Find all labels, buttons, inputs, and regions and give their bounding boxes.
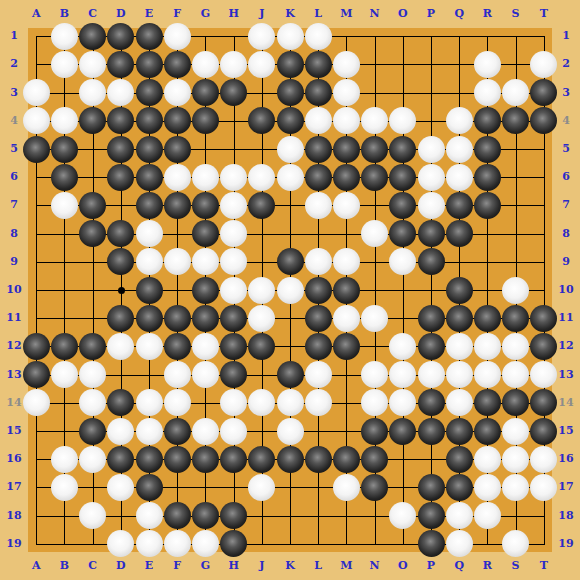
row-label: 18 — [554, 510, 578, 522]
white-stone — [277, 277, 304, 304]
white-stone — [474, 51, 501, 78]
white-stone — [333, 192, 360, 219]
column-label: B — [54, 560, 74, 572]
row-label: 7 — [554, 199, 578, 211]
black-stone — [502, 107, 529, 134]
black-stone — [164, 107, 191, 134]
column-label: E — [139, 8, 159, 20]
white-stone — [23, 107, 50, 134]
black-stone — [418, 248, 445, 275]
white-stone — [474, 79, 501, 106]
black-stone — [418, 474, 445, 501]
row-label: 10 — [554, 284, 578, 296]
white-stone — [333, 107, 360, 134]
white-stone — [446, 107, 473, 134]
white-stone — [51, 446, 78, 473]
white-stone — [418, 192, 445, 219]
white-stone — [474, 474, 501, 501]
black-stone — [107, 446, 134, 473]
black-stone — [107, 220, 134, 247]
white-stone — [107, 333, 134, 360]
white-stone — [136, 502, 163, 529]
black-stone — [136, 107, 163, 134]
row-label: 14 — [2, 397, 26, 409]
black-stone — [220, 79, 247, 106]
black-stone — [474, 389, 501, 416]
white-stone — [79, 51, 106, 78]
white-stone — [361, 220, 388, 247]
white-stone — [446, 502, 473, 529]
black-stone — [192, 79, 219, 106]
black-stone — [79, 220, 106, 247]
column-label: B — [54, 8, 74, 20]
white-stone — [333, 474, 360, 501]
white-stone — [474, 333, 501, 360]
white-stone — [389, 389, 416, 416]
black-stone — [248, 333, 275, 360]
white-stone — [502, 361, 529, 388]
white-stone — [107, 530, 134, 557]
white-stone — [164, 530, 191, 557]
white-stone — [361, 361, 388, 388]
black-stone — [51, 333, 78, 360]
white-stone — [136, 530, 163, 557]
white-stone — [418, 361, 445, 388]
white-stone — [333, 248, 360, 275]
go-board[interactable] — [28, 28, 552, 552]
black-stone — [474, 136, 501, 163]
white-stone — [23, 389, 50, 416]
black-stone — [418, 502, 445, 529]
white-stone — [502, 474, 529, 501]
white-stone — [305, 192, 332, 219]
black-stone — [136, 474, 163, 501]
black-stone — [333, 446, 360, 473]
black-stone — [192, 446, 219, 473]
row-label: 12 — [554, 340, 578, 352]
column-label: G — [195, 560, 215, 572]
black-stone — [446, 474, 473, 501]
white-stone — [51, 361, 78, 388]
white-stone — [220, 418, 247, 445]
black-stone — [136, 164, 163, 191]
black-stone — [305, 79, 332, 106]
black-stone — [474, 164, 501, 191]
black-stone — [418, 418, 445, 445]
black-stone — [192, 192, 219, 219]
black-stone — [79, 107, 106, 134]
white-stone — [192, 164, 219, 191]
black-stone — [136, 23, 163, 50]
row-label: 4 — [554, 115, 578, 127]
black-stone — [474, 418, 501, 445]
black-stone — [220, 361, 247, 388]
column-label: L — [308, 560, 328, 572]
black-stone — [23, 361, 50, 388]
black-stone — [446, 220, 473, 247]
column-label: R — [477, 560, 497, 572]
black-stone — [136, 51, 163, 78]
go-app-window: AA11BB22CC33DD44EE55FF66GG77HH88JJ99KK10… — [0, 0, 580, 580]
white-stone — [277, 23, 304, 50]
black-stone — [79, 23, 106, 50]
column-label: A — [26, 8, 46, 20]
column-label: N — [365, 560, 385, 572]
white-stone — [446, 333, 473, 360]
row-label: 14 — [554, 397, 578, 409]
white-stone — [502, 333, 529, 360]
black-stone — [164, 192, 191, 219]
white-stone — [248, 164, 275, 191]
white-stone — [164, 248, 191, 275]
row-label: 3 — [2, 87, 26, 99]
black-stone — [333, 277, 360, 304]
white-stone — [136, 389, 163, 416]
black-stone — [277, 79, 304, 106]
white-stone — [446, 361, 473, 388]
black-stone — [474, 107, 501, 134]
column-label: P — [421, 560, 441, 572]
row-label: 6 — [2, 171, 26, 183]
black-stone — [474, 192, 501, 219]
black-stone — [389, 418, 416, 445]
white-stone — [51, 23, 78, 50]
white-stone — [418, 136, 445, 163]
black-stone — [136, 305, 163, 332]
black-stone — [220, 502, 247, 529]
black-stone — [305, 333, 332, 360]
black-stone — [333, 164, 360, 191]
column-label: N — [365, 8, 385, 20]
column-label: E — [139, 560, 159, 572]
column-label: C — [83, 8, 103, 20]
white-stone — [136, 418, 163, 445]
white-stone — [164, 389, 191, 416]
white-stone — [333, 79, 360, 106]
white-stone — [136, 220, 163, 247]
black-stone — [192, 502, 219, 529]
white-stone — [23, 79, 50, 106]
black-stone — [220, 333, 247, 360]
white-stone — [333, 305, 360, 332]
black-stone — [305, 136, 332, 163]
white-stone — [192, 333, 219, 360]
black-stone — [305, 446, 332, 473]
column-label: L — [308, 8, 328, 20]
white-stone — [136, 248, 163, 275]
black-stone — [51, 164, 78, 191]
row-label: 8 — [2, 228, 26, 240]
black-stone — [474, 305, 501, 332]
white-stone — [502, 530, 529, 557]
white-stone — [502, 79, 529, 106]
black-stone — [107, 136, 134, 163]
row-label: 15 — [554, 425, 578, 437]
white-stone — [361, 389, 388, 416]
black-stone — [107, 23, 134, 50]
row-label: 18 — [2, 510, 26, 522]
column-label: R — [477, 8, 497, 20]
white-stone — [51, 51, 78, 78]
column-label: T — [534, 560, 554, 572]
black-stone — [418, 530, 445, 557]
black-stone — [107, 51, 134, 78]
black-stone — [418, 220, 445, 247]
black-stone — [502, 389, 529, 416]
column-label: F — [167, 560, 187, 572]
white-stone — [474, 502, 501, 529]
white-stone — [51, 107, 78, 134]
black-stone — [220, 446, 247, 473]
white-stone — [305, 248, 332, 275]
column-label: M — [336, 560, 356, 572]
row-label: 11 — [554, 312, 578, 324]
white-stone — [474, 446, 501, 473]
column-label: Q — [449, 560, 469, 572]
white-stone — [305, 23, 332, 50]
black-stone — [502, 305, 529, 332]
white-stone — [248, 474, 275, 501]
black-stone — [389, 192, 416, 219]
black-stone — [277, 361, 304, 388]
black-stone — [164, 446, 191, 473]
white-stone — [389, 361, 416, 388]
white-stone — [502, 277, 529, 304]
black-stone — [220, 305, 247, 332]
white-stone — [107, 418, 134, 445]
column-label: H — [224, 560, 244, 572]
black-stone — [164, 305, 191, 332]
row-label: 17 — [2, 481, 26, 493]
black-stone — [333, 333, 360, 360]
white-stone — [79, 446, 106, 473]
white-stone — [220, 51, 247, 78]
row-label: 2 — [2, 58, 26, 70]
row-label: 12 — [2, 340, 26, 352]
column-label: J — [252, 560, 272, 572]
black-stone — [23, 333, 50, 360]
black-stone — [418, 389, 445, 416]
row-label: 13 — [554, 369, 578, 381]
white-stone — [277, 164, 304, 191]
row-label: 2 — [554, 58, 578, 70]
row-label: 16 — [554, 453, 578, 465]
white-stone — [418, 164, 445, 191]
black-stone — [79, 333, 106, 360]
white-stone — [220, 192, 247, 219]
row-label: 19 — [554, 538, 578, 550]
row-label: 19 — [2, 538, 26, 550]
white-stone — [446, 530, 473, 557]
black-stone — [79, 192, 106, 219]
black-stone — [305, 51, 332, 78]
white-stone — [192, 418, 219, 445]
white-stone — [164, 23, 191, 50]
row-label: 5 — [554, 143, 578, 155]
black-stone — [389, 164, 416, 191]
column-label: O — [393, 560, 413, 572]
black-stone — [277, 51, 304, 78]
black-stone — [164, 51, 191, 78]
white-stone — [474, 361, 501, 388]
row-label: 11 — [2, 312, 26, 324]
white-stone — [79, 79, 106, 106]
black-stone — [446, 192, 473, 219]
black-stone — [51, 136, 78, 163]
white-stone — [192, 361, 219, 388]
white-stone — [107, 474, 134, 501]
black-stone — [361, 418, 388, 445]
black-stone — [333, 136, 360, 163]
row-label: 1 — [2, 30, 26, 42]
black-stone — [446, 305, 473, 332]
black-stone — [418, 305, 445, 332]
black-stone — [164, 136, 191, 163]
white-stone — [220, 277, 247, 304]
white-stone — [277, 389, 304, 416]
row-label: 15 — [2, 425, 26, 437]
column-label: S — [506, 560, 526, 572]
white-stone — [333, 51, 360, 78]
column-label: C — [83, 560, 103, 572]
white-stone — [446, 164, 473, 191]
white-stone — [51, 192, 78, 219]
row-label: 10 — [2, 284, 26, 296]
white-stone — [51, 474, 78, 501]
black-stone — [446, 418, 473, 445]
black-stone — [79, 418, 106, 445]
column-label: D — [111, 560, 131, 572]
black-stone — [361, 446, 388, 473]
row-label: 3 — [554, 87, 578, 99]
black-stone — [277, 107, 304, 134]
row-label: 4 — [2, 115, 26, 127]
white-stone — [361, 305, 388, 332]
black-stone — [248, 192, 275, 219]
white-stone — [248, 389, 275, 416]
black-stone — [136, 277, 163, 304]
black-stone — [192, 305, 219, 332]
white-stone — [192, 51, 219, 78]
white-stone — [192, 248, 219, 275]
white-stone — [79, 361, 106, 388]
white-stone — [389, 333, 416, 360]
row-label: 9 — [554, 256, 578, 268]
white-stone — [220, 220, 247, 247]
white-stone — [107, 79, 134, 106]
column-label: T — [534, 8, 554, 20]
white-stone — [248, 277, 275, 304]
black-stone — [107, 248, 134, 275]
black-stone — [192, 277, 219, 304]
column-label: Q — [449, 8, 469, 20]
white-stone — [502, 418, 529, 445]
column-label: H — [224, 8, 244, 20]
black-stone — [446, 446, 473, 473]
black-stone — [361, 474, 388, 501]
black-stone — [164, 418, 191, 445]
black-stone — [107, 389, 134, 416]
column-label: K — [280, 8, 300, 20]
white-stone — [446, 136, 473, 163]
column-label: G — [195, 8, 215, 20]
white-stone — [79, 389, 106, 416]
white-stone — [361, 107, 388, 134]
black-stone — [220, 530, 247, 557]
black-stone — [277, 446, 304, 473]
black-stone — [361, 164, 388, 191]
black-stone — [277, 248, 304, 275]
black-stone — [136, 79, 163, 106]
column-label: J — [252, 8, 272, 20]
white-stone — [389, 248, 416, 275]
hoshi-dot — [118, 287, 125, 294]
white-stone — [389, 502, 416, 529]
white-stone — [164, 164, 191, 191]
row-label: 9 — [2, 256, 26, 268]
black-stone — [389, 220, 416, 247]
row-label: 16 — [2, 453, 26, 465]
black-stone — [136, 192, 163, 219]
white-stone — [192, 530, 219, 557]
column-label: D — [111, 8, 131, 20]
white-stone — [79, 502, 106, 529]
white-stone — [136, 333, 163, 360]
black-stone — [136, 136, 163, 163]
white-stone — [277, 418, 304, 445]
row-label: 17 — [554, 481, 578, 493]
black-stone — [305, 305, 332, 332]
black-stone — [305, 277, 332, 304]
black-stone — [136, 446, 163, 473]
black-stone — [418, 333, 445, 360]
column-label: A — [26, 560, 46, 572]
black-stone — [446, 277, 473, 304]
white-stone — [502, 446, 529, 473]
black-stone — [164, 502, 191, 529]
column-label: M — [336, 8, 356, 20]
black-stone — [248, 446, 275, 473]
white-stone — [446, 389, 473, 416]
black-stone — [107, 305, 134, 332]
row-label: 6 — [554, 171, 578, 183]
black-stone — [361, 136, 388, 163]
column-label: P — [421, 8, 441, 20]
row-label: 7 — [2, 199, 26, 211]
black-stone — [107, 107, 134, 134]
white-stone — [389, 107, 416, 134]
black-stone — [164, 333, 191, 360]
grid-line — [431, 36, 432, 545]
white-stone — [305, 361, 332, 388]
white-stone — [305, 389, 332, 416]
row-label: 5 — [2, 143, 26, 155]
white-stone — [248, 51, 275, 78]
white-stone — [305, 107, 332, 134]
white-stone — [248, 23, 275, 50]
white-stone — [248, 305, 275, 332]
column-label: F — [167, 8, 187, 20]
row-label: 1 — [554, 30, 578, 42]
column-label: K — [280, 560, 300, 572]
black-stone — [192, 220, 219, 247]
column-label: S — [506, 8, 526, 20]
black-stone — [23, 136, 50, 163]
column-label: O — [393, 8, 413, 20]
row-label: 13 — [2, 369, 26, 381]
white-stone — [277, 136, 304, 163]
black-stone — [192, 107, 219, 134]
